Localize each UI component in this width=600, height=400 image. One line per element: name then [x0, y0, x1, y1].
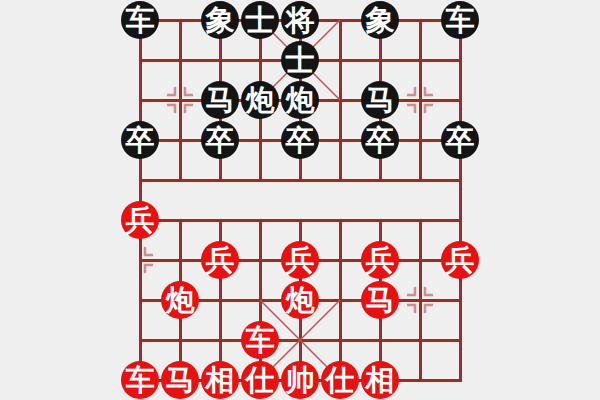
piece-black-cannon[interactable]: 炮	[281, 81, 319, 119]
piece-red-general[interactable]: 帅	[281, 361, 319, 399]
xiangqi-board: 车象士将象车士马炮炮马卒卒卒卒卒兵兵兵兵兵炮炮马车车马相仕帅仕相	[0, 0, 600, 400]
piece-black-elephant[interactable]: 象	[201, 1, 239, 39]
piece-black-horse[interactable]: 马	[201, 81, 239, 119]
piece-red-chariot[interactable]: 车	[241, 321, 279, 359]
piece-red-soldier[interactable]: 兵	[121, 201, 159, 239]
piece-black-elephant[interactable]: 象	[361, 1, 399, 39]
piece-black-soldier[interactable]: 卒	[201, 121, 239, 159]
piece-red-soldier[interactable]: 兵	[441, 241, 479, 279]
piece-red-advisor[interactable]: 仕	[241, 361, 279, 399]
piece-red-soldier[interactable]: 兵	[201, 241, 239, 279]
piece-red-chariot[interactable]: 车	[121, 361, 159, 399]
piece-red-horse[interactable]: 马	[361, 281, 399, 319]
piece-black-general[interactable]: 将	[281, 1, 319, 39]
piece-black-chariot[interactable]: 车	[441, 1, 479, 39]
piece-red-soldier[interactable]: 兵	[361, 241, 399, 279]
piece-black-horse[interactable]: 马	[361, 81, 399, 119]
piece-red-elephant[interactable]: 相	[361, 361, 399, 399]
piece-red-cannon[interactable]: 炮	[161, 281, 199, 319]
piece-black-advisor[interactable]: 士	[281, 41, 319, 79]
piece-red-horse[interactable]: 马	[161, 361, 199, 399]
piece-black-cannon[interactable]: 炮	[241, 81, 279, 119]
xiangqi-app: 车象士将象车士马炮炮马卒卒卒卒卒兵兵兵兵兵炮炮马车车马相仕帅仕相	[0, 0, 600, 400]
piece-red-cannon[interactable]: 炮	[281, 281, 319, 319]
piece-red-advisor[interactable]: 仕	[321, 361, 359, 399]
piece-black-chariot[interactable]: 车	[121, 1, 159, 39]
piece-black-soldier[interactable]: 卒	[121, 121, 159, 159]
piece-black-soldier[interactable]: 卒	[281, 121, 319, 159]
piece-black-soldier[interactable]: 卒	[441, 121, 479, 159]
piece-red-soldier[interactable]: 兵	[281, 241, 319, 279]
piece-black-soldier[interactable]: 卒	[361, 121, 399, 159]
piece-red-elephant[interactable]: 相	[201, 361, 239, 399]
piece-black-advisor[interactable]: 士	[241, 1, 279, 39]
